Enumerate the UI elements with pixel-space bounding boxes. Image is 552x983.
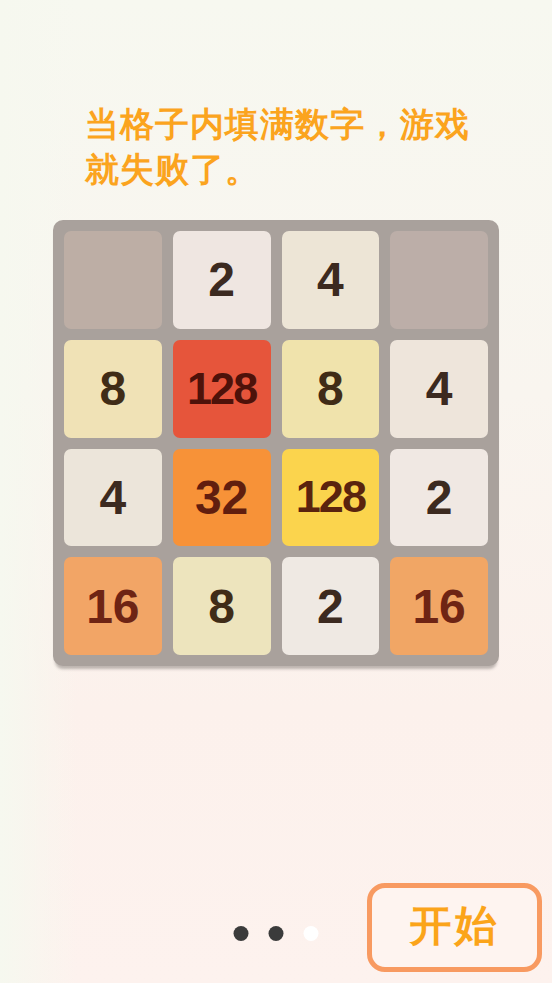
page-dot-2-dark [269, 926, 284, 941]
tutorial-screen: 当格子内填满数字，游戏 就失败了。 248128844321282168216 … [0, 0, 552, 983]
tile-2: 2 [390, 449, 488, 547]
page-indicator [234, 926, 319, 941]
tile-128: 128 [282, 449, 380, 547]
tile-4: 4 [282, 231, 380, 329]
empty-cell [64, 231, 162, 329]
instruction-line2: 就失败了。 [85, 147, 505, 192]
page-dot-1-dark [234, 926, 249, 941]
tile-16: 16 [390, 557, 488, 655]
tile-32: 32 [173, 449, 271, 547]
tile-8: 8 [282, 340, 380, 438]
tile-16: 16 [64, 557, 162, 655]
tile-8: 8 [64, 340, 162, 438]
tile-4: 4 [390, 340, 488, 438]
tile-2: 2 [282, 557, 380, 655]
empty-cell [390, 231, 488, 329]
board-2048: 248128844321282168216 [53, 220, 499, 666]
instruction-line1: 当格子内填满数字，游戏 [85, 102, 505, 147]
start-button[interactable]: 开始 [367, 883, 542, 972]
tile-2: 2 [173, 231, 271, 329]
page-dot-3-light [304, 926, 319, 941]
tile-128: 128 [173, 340, 271, 438]
tile-4: 4 [64, 449, 162, 547]
tile-8: 8 [173, 557, 271, 655]
instruction-text: 当格子内填满数字，游戏 就失败了。 [85, 102, 505, 192]
